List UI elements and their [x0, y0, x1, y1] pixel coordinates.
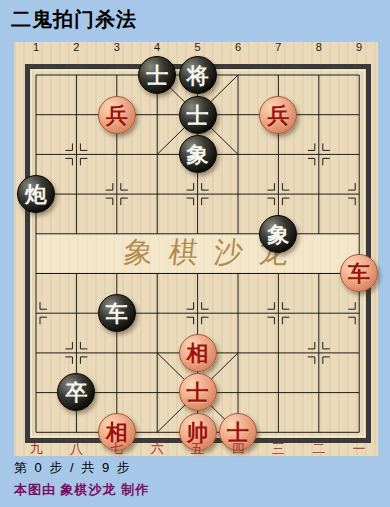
piece-red[interactable]: 车: [340, 254, 378, 292]
file-labels-bottom: 九八七六五四三二一: [16, 441, 380, 457]
file-label-bottom: 七: [97, 441, 137, 457]
file-label-bottom: 六: [137, 441, 177, 457]
file-label-bottom: 八: [56, 441, 96, 457]
piece-black[interactable]: 象: [259, 215, 297, 253]
file-label-top: 5: [177, 39, 217, 55]
xiangqi-board[interactable]: 123456789 象棋沙龙 士将兵士兵象炮象车车相卒士相帅士 九八七六五四三二…: [14, 42, 378, 456]
file-label-top: 2: [56, 39, 96, 55]
file-label-bottom: 五: [177, 441, 217, 457]
file-label-top: 7: [258, 39, 298, 55]
file-label-top: 9: [339, 39, 379, 55]
file-label-bottom: 二: [299, 441, 339, 457]
piece-black[interactable]: 车: [98, 294, 136, 332]
piece-red[interactable]: 兵: [259, 96, 297, 134]
file-label-top: 8: [299, 39, 339, 55]
page-title: 二鬼拍门杀法: [11, 6, 137, 33]
file-label-top: 1: [16, 39, 56, 55]
piece-black[interactable]: 士: [179, 96, 217, 134]
piece-red[interactable]: 兵: [98, 96, 136, 134]
file-label-bottom: 九: [16, 441, 56, 457]
file-labels-top: 123456789: [16, 39, 380, 55]
piece-red[interactable]: 相: [179, 334, 217, 372]
piece-black[interactable]: 炮: [17, 175, 55, 213]
file-label-top: 3: [97, 39, 137, 55]
credit-text: 本图由 象棋沙龙 制作: [14, 481, 149, 499]
piece-black[interactable]: 卒: [57, 373, 95, 411]
file-label-bottom: 三: [258, 441, 298, 457]
piece-red[interactable]: 士: [179, 373, 217, 411]
piece-black[interactable]: 士: [138, 56, 176, 94]
move-counter: 第 0 步 / 共 9 步: [14, 459, 132, 477]
file-label-bottom: 一: [339, 441, 379, 457]
file-label-top: 4: [137, 39, 177, 55]
pieces-grid: 士将兵士兵象炮象车车相卒士相帅士: [16, 55, 380, 452]
file-label-bottom: 四: [218, 441, 258, 457]
piece-black[interactable]: 将: [179, 56, 217, 94]
file-label-top: 6: [218, 39, 258, 55]
piece-black[interactable]: 象: [179, 135, 217, 173]
